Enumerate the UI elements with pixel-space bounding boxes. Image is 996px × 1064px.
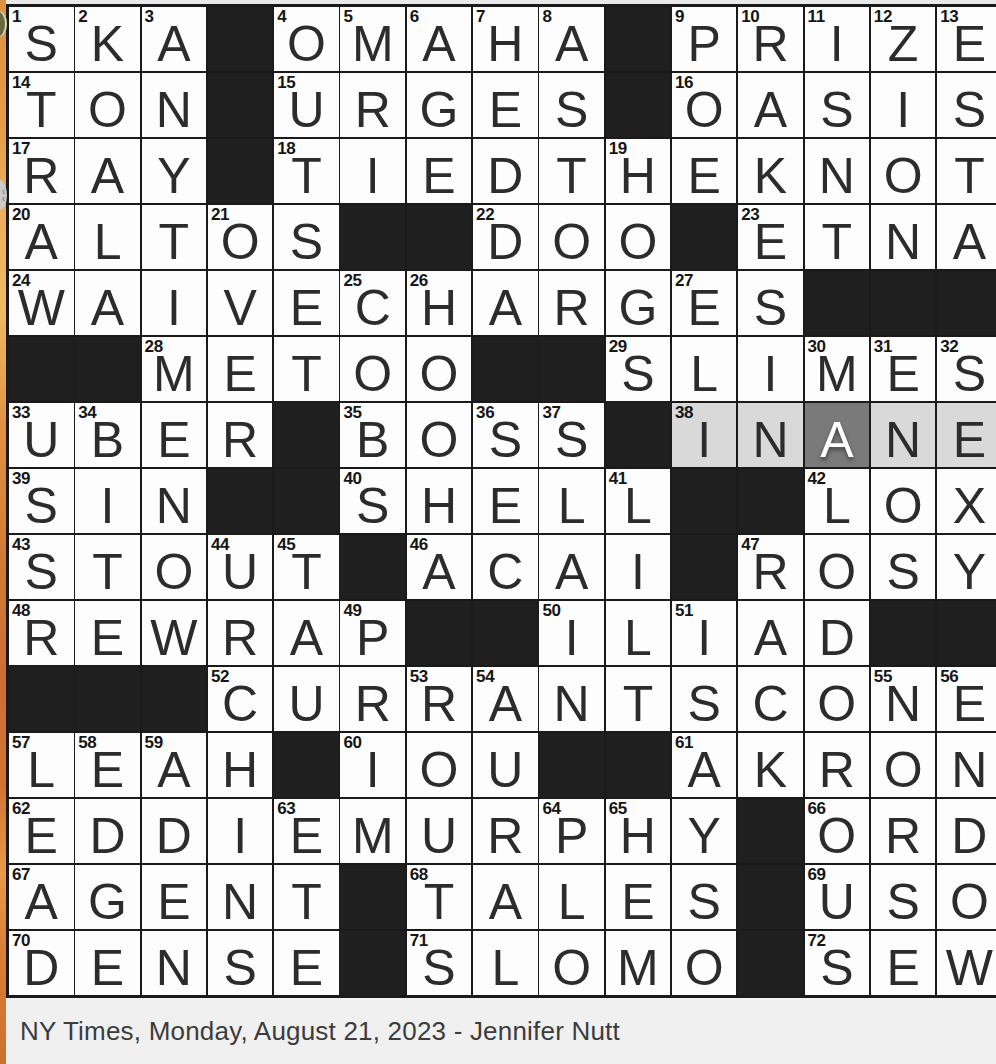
grid-cell-r15c5[interactable]: E bbox=[274, 931, 339, 995]
grid-cell-r13c14[interactable]: R bbox=[871, 799, 936, 863]
cell-letter: O bbox=[274, 7, 339, 71]
grid-cell-r15c15[interactable]: W bbox=[937, 931, 996, 995]
grid-cell-r10c12[interactable]: A bbox=[738, 601, 803, 665]
black-square bbox=[274, 403, 339, 467]
grid-cell-r9c7[interactable]: 46A bbox=[407, 535, 472, 599]
grid-cell-r2c11[interactable]: 16O bbox=[672, 73, 737, 137]
grid-cell-r4c5[interactable]: S bbox=[274, 205, 339, 269]
grid-cell-r6c13[interactable]: 30M bbox=[805, 337, 870, 401]
cell-letter: M bbox=[340, 799, 405, 863]
cell-letter: I bbox=[871, 73, 936, 137]
grid-cell-r12c1[interactable]: 57L bbox=[9, 733, 74, 797]
grid-cell-r4c14[interactable]: N bbox=[871, 205, 936, 269]
grid-cell-r14c11[interactable]: S bbox=[672, 865, 737, 929]
grid-cell-r14c5[interactable]: T bbox=[274, 865, 339, 929]
black-square bbox=[539, 337, 604, 401]
grid-cell-r14c7[interactable]: 68T bbox=[407, 865, 472, 929]
grid-cell-r8c8[interactable]: E bbox=[473, 469, 538, 533]
cell-letter: H bbox=[473, 7, 538, 71]
cell-letter: L bbox=[606, 469, 671, 533]
cell-letter: U bbox=[208, 535, 273, 599]
grid-cell-r13c15[interactable]: D bbox=[937, 799, 996, 863]
grid-cell-r15c4[interactable]: S bbox=[208, 931, 273, 995]
cell-letter: I bbox=[606, 535, 671, 599]
grid-cell-r13c9[interactable]: 64P bbox=[539, 799, 604, 863]
grid-cell-r3c15[interactable]: T bbox=[937, 139, 996, 203]
grid-cell-r3c13[interactable]: N bbox=[805, 139, 870, 203]
cell-letter: O bbox=[142, 535, 207, 599]
cell-letter: R bbox=[738, 535, 803, 599]
grid-cell-r2c12[interactable]: A bbox=[738, 73, 803, 137]
cell-letter: S bbox=[539, 73, 604, 137]
cell-letter: D bbox=[805, 601, 870, 665]
grid-cell-r1c14[interactable]: 12Z bbox=[871, 7, 936, 71]
cell-letter: U bbox=[9, 403, 74, 467]
cell-letter: O bbox=[871, 139, 936, 203]
grid-cell-r12c6[interactable]: 60I bbox=[340, 733, 405, 797]
cell-letter: N bbox=[871, 667, 936, 731]
grid-cell-r9c4[interactable]: 44U bbox=[208, 535, 273, 599]
grid-cell-r10c2[interactable]: E bbox=[75, 601, 140, 665]
grid-cell-r8c7[interactable]: H bbox=[407, 469, 472, 533]
grid-cell-r12c14[interactable]: O bbox=[871, 733, 936, 797]
cell-letter: E bbox=[9, 799, 74, 863]
cell-letter: D bbox=[9, 931, 74, 995]
grid-cell-r9c5[interactable]: 45T bbox=[274, 535, 339, 599]
grid-cell-r1c8[interactable]: 7H bbox=[473, 7, 538, 71]
grid-cell-r12c4[interactable]: H bbox=[208, 733, 273, 797]
grid-cell-r9c13[interactable]: O bbox=[805, 535, 870, 599]
cell-letter: C bbox=[738, 667, 803, 731]
cell-letter: S bbox=[340, 469, 405, 533]
cell-letter: S bbox=[871, 535, 936, 599]
grid-cell-r15c7[interactable]: 71S bbox=[407, 931, 472, 995]
grid-cell-r14c8[interactable]: A bbox=[473, 865, 538, 929]
grid-cell-r7c2[interactable]: 34B bbox=[75, 403, 140, 467]
grid-cell-r12c13[interactable]: R bbox=[805, 733, 870, 797]
cell-letter: H bbox=[407, 469, 472, 533]
grid-cell-r10c11[interactable]: 51I bbox=[672, 601, 737, 665]
cell-letter: A bbox=[407, 535, 472, 599]
grid-cell-r1c12[interactable]: 10R bbox=[738, 7, 803, 71]
grid-cell-r14c9[interactable]: L bbox=[539, 865, 604, 929]
cell-letter: E bbox=[473, 469, 538, 533]
grid-cell-r9c8[interactable]: C bbox=[473, 535, 538, 599]
grid-cell-r15c3[interactable]: N bbox=[142, 931, 207, 995]
grid-cell-r6c15[interactable]: 32S bbox=[937, 337, 996, 401]
grid-cell-r15c1[interactable]: 70D bbox=[9, 931, 74, 995]
grid-cell-r13c8[interactable]: R bbox=[473, 799, 538, 863]
black-square bbox=[340, 931, 405, 995]
grid-cell-r8c1[interactable]: 39S bbox=[9, 469, 74, 533]
grid-cell-r9c3[interactable]: O bbox=[142, 535, 207, 599]
cell-letter: G bbox=[407, 73, 472, 137]
cell-letter: U bbox=[274, 667, 339, 731]
grid-cell-r7c8[interactable]: 36S bbox=[473, 403, 538, 467]
grid-cell-r3c2[interactable]: A bbox=[75, 139, 140, 203]
grid-cell-r6c11[interactable]: L bbox=[672, 337, 737, 401]
grid-cell-r15c14[interactable]: E bbox=[871, 931, 936, 995]
black-square bbox=[738, 865, 803, 929]
grid-cell-r8c6[interactable]: 40S bbox=[340, 469, 405, 533]
grid-cell-r2c13[interactable]: S bbox=[805, 73, 870, 137]
black-square bbox=[407, 601, 472, 665]
cell-letter: T bbox=[805, 205, 870, 269]
cell-letter: A bbox=[142, 7, 207, 71]
cell-letter: I bbox=[208, 799, 273, 863]
grid-cell-r13c2[interactable]: D bbox=[75, 799, 140, 863]
grid-cell-r14c14[interactable]: S bbox=[871, 865, 936, 929]
grid-cell-r5c3[interactable]: I bbox=[142, 271, 207, 335]
grid-cell-r12c3[interactable]: 59A bbox=[142, 733, 207, 797]
grid-cell-r10c6[interactable]: 49P bbox=[340, 601, 405, 665]
grid-cell-r1c9[interactable]: 8A bbox=[539, 7, 604, 71]
grid-cell-r3c8[interactable]: D bbox=[473, 139, 538, 203]
grid-cell-r11c4[interactable]: 52C bbox=[208, 667, 273, 731]
grid-cell-r2c1[interactable]: 14T bbox=[9, 73, 74, 137]
grid-cell-r13c1[interactable]: 62E bbox=[9, 799, 74, 863]
cell-letter: N bbox=[142, 469, 207, 533]
black-square bbox=[274, 469, 339, 533]
grid-cell-r2c5[interactable]: 15U bbox=[274, 73, 339, 137]
grid-cell-r1c7[interactable]: 6A bbox=[407, 7, 472, 71]
grid-cell-r3c5[interactable]: 18T bbox=[274, 139, 339, 203]
grid-cell-r14c2[interactable]: G bbox=[75, 865, 140, 929]
cell-letter: A bbox=[473, 865, 538, 929]
grid-cell-r3c10[interactable]: 19H bbox=[606, 139, 671, 203]
cell-letter: R bbox=[208, 403, 273, 467]
grid-cell-r13c10[interactable]: 65H bbox=[606, 799, 671, 863]
grid-cell-r5c7[interactable]: 26H bbox=[407, 271, 472, 335]
grid-cell-r6c3[interactable]: 28M bbox=[142, 337, 207, 401]
cell-letter: T bbox=[407, 865, 472, 929]
grid-cell-r3c7[interactable]: E bbox=[407, 139, 472, 203]
grid-cell-r6c6[interactable]: O bbox=[340, 337, 405, 401]
cell-letter: R bbox=[871, 799, 936, 863]
cell-letter: T bbox=[142, 205, 207, 269]
grid-cell-r13c13[interactable]: 66O bbox=[805, 799, 870, 863]
grid-cell-r15c13[interactable]: 72S bbox=[805, 931, 870, 995]
cell-letter: P bbox=[539, 799, 604, 863]
cell-letter: K bbox=[738, 733, 803, 797]
grid-cell-r3c9[interactable]: T bbox=[539, 139, 604, 203]
cell-letter: H bbox=[208, 733, 273, 797]
cell-letter: V bbox=[208, 271, 273, 335]
cell-letter: S bbox=[937, 73, 996, 137]
cell-letter: U bbox=[407, 799, 472, 863]
black-square bbox=[738, 469, 803, 533]
grid-cell-r14c15[interactable]: O bbox=[937, 865, 996, 929]
grid-cell-r12c7[interactable]: O bbox=[407, 733, 472, 797]
grid-cell-r8c14[interactable]: O bbox=[871, 469, 936, 533]
grid-cell-r3c6[interactable]: I bbox=[340, 139, 405, 203]
grid-cell-r11c11[interactable]: S bbox=[672, 667, 737, 731]
grid-cell-r4c8[interactable]: 22D bbox=[473, 205, 538, 269]
black-square bbox=[142, 667, 207, 731]
cell-letter: E bbox=[142, 403, 207, 467]
cell-letter: A bbox=[274, 601, 339, 665]
black-square bbox=[340, 205, 405, 269]
grid-cell-r12c11[interactable]: 61A bbox=[672, 733, 737, 797]
grid-cell-r2c3[interactable]: N bbox=[142, 73, 207, 137]
black-square bbox=[473, 337, 538, 401]
grid-cell-r9c1[interactable]: 43S bbox=[9, 535, 74, 599]
cell-letter: O bbox=[606, 205, 671, 269]
grid-cell-r6c10[interactable]: 29S bbox=[606, 337, 671, 401]
grid-cell-r11c10[interactable]: T bbox=[606, 667, 671, 731]
grid-cell-r4c15[interactable]: A bbox=[937, 205, 996, 269]
black-square bbox=[606, 733, 671, 797]
grid-cell-r7c1[interactable]: 33U bbox=[9, 403, 74, 467]
grid-cell-r9c10[interactable]: I bbox=[606, 535, 671, 599]
grid-cell-r7c13[interactable]: A bbox=[805, 403, 870, 467]
cell-letter: A bbox=[9, 865, 74, 929]
cell-letter: S bbox=[672, 667, 737, 731]
grid-cell-r5c2[interactable]: A bbox=[75, 271, 140, 335]
grid-cell-r11c5[interactable]: U bbox=[274, 667, 339, 731]
grid-cell-r13c5[interactable]: 63E bbox=[274, 799, 339, 863]
grid-cell-r10c9[interactable]: 50I bbox=[539, 601, 604, 665]
grid-cell-r3c3[interactable]: Y bbox=[142, 139, 207, 203]
cell-letter: D bbox=[142, 799, 207, 863]
grid-cell-r7c3[interactable]: E bbox=[142, 403, 207, 467]
grid-cell-r4c12[interactable]: 23E bbox=[738, 205, 803, 269]
cell-letter: O bbox=[539, 931, 604, 995]
cell-letter: R bbox=[340, 73, 405, 137]
black-square bbox=[871, 271, 936, 335]
cell-letter: N bbox=[142, 73, 207, 137]
grid-cell-r13c11[interactable]: Y bbox=[672, 799, 737, 863]
black-square bbox=[606, 73, 671, 137]
grid-cell-r8c2[interactable]: I bbox=[75, 469, 140, 533]
grid-cell-r2c6[interactable]: R bbox=[340, 73, 405, 137]
grid-cell-r9c12[interactable]: 47R bbox=[738, 535, 803, 599]
grid-cell-r10c10[interactable]: L bbox=[606, 601, 671, 665]
cell-letter: L bbox=[672, 337, 737, 401]
grid-cell-r1c3[interactable]: 3A bbox=[142, 7, 207, 71]
cell-letter: S bbox=[9, 7, 74, 71]
cell-letter: L bbox=[75, 205, 140, 269]
cell-letter: U bbox=[473, 733, 538, 797]
grid-cell-r3c1[interactable]: 17R bbox=[9, 139, 74, 203]
cell-letter: S bbox=[871, 865, 936, 929]
grid-cell-r13c4[interactable]: I bbox=[208, 799, 273, 863]
grid-cell-r5c8[interactable]: A bbox=[473, 271, 538, 335]
grid-cell-r8c9[interactable]: L bbox=[539, 469, 604, 533]
grid-cell-r9c14[interactable]: S bbox=[871, 535, 936, 599]
cell-letter: P bbox=[672, 7, 737, 71]
cell-letter: E bbox=[937, 403, 996, 467]
grid-cell-r11c12[interactable]: C bbox=[738, 667, 803, 731]
cell-letter: T bbox=[274, 139, 339, 203]
grid-cell-r9c2[interactable]: T bbox=[75, 535, 140, 599]
grid-cell-r3c11[interactable]: E bbox=[672, 139, 737, 203]
sidebar-collapse-handle[interactable]: ‹ ‹ bbox=[0, 180, 7, 210]
grid-cell-r10c13[interactable]: D bbox=[805, 601, 870, 665]
cell-letter: L bbox=[539, 865, 604, 929]
grid-cell-r3c14[interactable]: O bbox=[871, 139, 936, 203]
grid-cell-r2c2[interactable]: O bbox=[75, 73, 140, 137]
cell-letter: R bbox=[9, 139, 74, 203]
cell-letter: I bbox=[340, 139, 405, 203]
cell-letter: C bbox=[208, 667, 273, 731]
black-square bbox=[208, 469, 273, 533]
grid-cell-r11c7[interactable]: 53R bbox=[407, 667, 472, 731]
grid-cell-r2c14[interactable]: I bbox=[871, 73, 936, 137]
grid-cell-r12c12[interactable]: K bbox=[738, 733, 803, 797]
cell-letter: A bbox=[738, 73, 803, 137]
grid-cell-r5c9[interactable]: R bbox=[539, 271, 604, 335]
grid-cell-r10c3[interactable]: W bbox=[142, 601, 207, 665]
grid-cell-r12c8[interactable]: U bbox=[473, 733, 538, 797]
grid-cell-r4c3[interactable]: T bbox=[142, 205, 207, 269]
grid-cell-r14c10[interactable]: E bbox=[606, 865, 671, 929]
cell-letter: I bbox=[75, 469, 140, 533]
grid-cell-r4c10[interactable]: O bbox=[606, 205, 671, 269]
grid-cell-r1c2[interactable]: 2K bbox=[75, 7, 140, 71]
cell-letter: N bbox=[142, 931, 207, 995]
cell-letter: O bbox=[407, 733, 472, 797]
grid-cell-r5c10[interactable]: G bbox=[606, 271, 671, 335]
cell-letter: Y bbox=[142, 139, 207, 203]
cell-letter: E bbox=[937, 667, 996, 731]
grid-cell-r11c15[interactable]: 56E bbox=[937, 667, 996, 731]
grid-cell-r14c4[interactable]: N bbox=[208, 865, 273, 929]
grid-cell-r4c4[interactable]: 21O bbox=[208, 205, 273, 269]
grid-cell-r14c13[interactable]: 69U bbox=[805, 865, 870, 929]
grid-cell-r7c15[interactable]: E bbox=[937, 403, 996, 467]
cell-letter: O bbox=[407, 337, 472, 401]
cell-letter: E bbox=[75, 601, 140, 665]
grid-cell-r6c7[interactable]: O bbox=[407, 337, 472, 401]
grid-cell-r7c4[interactable]: R bbox=[208, 403, 273, 467]
cell-letter: D bbox=[473, 139, 538, 203]
grid-cell-r12c15[interactable]: N bbox=[937, 733, 996, 797]
grid-cell-r8c3[interactable]: N bbox=[142, 469, 207, 533]
cell-letter: O bbox=[937, 865, 996, 929]
grid-cell-r15c11[interactable]: O bbox=[672, 931, 737, 995]
cell-letter: W bbox=[937, 931, 996, 995]
grid-cell-r1c6[interactable]: 5M bbox=[340, 7, 405, 71]
cell-letter: H bbox=[407, 271, 472, 335]
grid-cell-r1c5[interactable]: 4O bbox=[274, 7, 339, 71]
grid-cell-r15c9[interactable]: O bbox=[539, 931, 604, 995]
grid-cell-r2c8[interactable]: E bbox=[473, 73, 538, 137]
grid-cell-r2c9[interactable]: S bbox=[539, 73, 604, 137]
black-square bbox=[871, 601, 936, 665]
grid-cell-r5c6[interactable]: 25C bbox=[340, 271, 405, 335]
grid-cell-r10c1[interactable]: 48R bbox=[9, 601, 74, 665]
grid-cell-r2c7[interactable]: G bbox=[407, 73, 472, 137]
black-square bbox=[606, 7, 671, 71]
grid-cell-r7c9[interactable]: 37S bbox=[539, 403, 604, 467]
cell-letter: S bbox=[473, 403, 538, 467]
cell-letter: E bbox=[142, 865, 207, 929]
grid-cell-r1c13[interactable]: 11I bbox=[805, 7, 870, 71]
grid-cell-r11c14[interactable]: 55N bbox=[871, 667, 936, 731]
grid-cell-r4c2[interactable]: L bbox=[75, 205, 140, 269]
grid-cell-r11c6[interactable]: R bbox=[340, 667, 405, 731]
grid-cell-r5c12[interactable]: S bbox=[738, 271, 803, 335]
cell-letter: K bbox=[75, 7, 140, 71]
cell-letter: K bbox=[738, 139, 803, 203]
grid-cell-r10c4[interactable]: R bbox=[208, 601, 273, 665]
grid-cell-r13c3[interactable]: D bbox=[142, 799, 207, 863]
grid-cell-r15c8[interactable]: L bbox=[473, 931, 538, 995]
cell-letter: T bbox=[274, 535, 339, 599]
cell-letter: A bbox=[805, 403, 870, 467]
cell-letter: R bbox=[738, 7, 803, 71]
grid-cell-r7c12[interactable]: N bbox=[738, 403, 803, 467]
grid-cell-r8c10[interactable]: 41L bbox=[606, 469, 671, 533]
grid-cell-r11c9[interactable]: N bbox=[539, 667, 604, 731]
black-square bbox=[937, 271, 996, 335]
grid-cell-r8c13[interactable]: 42L bbox=[805, 469, 870, 533]
black-square bbox=[672, 469, 737, 533]
cell-letter: A bbox=[539, 7, 604, 71]
cell-letter: T bbox=[9, 73, 74, 137]
grid-cell-r5c1[interactable]: 24W bbox=[9, 271, 74, 335]
grid-cell-r7c7[interactable]: O bbox=[407, 403, 472, 467]
grid-cell-r1c15[interactable]: 13E bbox=[937, 7, 996, 71]
grid-cell-r1c1[interactable]: 1S bbox=[9, 7, 74, 71]
grid-cell-r13c7[interactable]: U bbox=[407, 799, 472, 863]
grid-cell-r15c10[interactable]: M bbox=[606, 931, 671, 995]
black-square bbox=[340, 865, 405, 929]
grid-cell-r9c15[interactable]: Y bbox=[937, 535, 996, 599]
grid-cell-r11c8[interactable]: 54A bbox=[473, 667, 538, 731]
cell-letter: E bbox=[208, 337, 273, 401]
grid-cell-r6c5[interactable]: T bbox=[274, 337, 339, 401]
grid-cell-r7c14[interactable]: N bbox=[871, 403, 936, 467]
cell-letter: I bbox=[672, 601, 737, 665]
grid-cell-r14c1[interactable]: 67A bbox=[9, 865, 74, 929]
grid-cell-r13c6[interactable]: M bbox=[340, 799, 405, 863]
cell-letter: T bbox=[274, 337, 339, 401]
grid-cell-r4c9[interactable]: O bbox=[539, 205, 604, 269]
grid-cell-r6c4[interactable]: E bbox=[208, 337, 273, 401]
cell-letter: E bbox=[274, 799, 339, 863]
cell-letter: E bbox=[738, 205, 803, 269]
grid-cell-r6c14[interactable]: 31E bbox=[871, 337, 936, 401]
grid-cell-r15c2[interactable]: E bbox=[75, 931, 140, 995]
grid-cell-r6c12[interactable]: I bbox=[738, 337, 803, 401]
grid-cell-r8c15[interactable]: X bbox=[937, 469, 996, 533]
grid-cell-r1c11[interactable]: 9P bbox=[672, 7, 737, 71]
cell-letter: R bbox=[539, 271, 604, 335]
cell-letter: N bbox=[871, 403, 936, 467]
cell-letter: O bbox=[871, 469, 936, 533]
grid-cell-r12c2[interactable]: 58E bbox=[75, 733, 140, 797]
grid-cell-r11c13[interactable]: O bbox=[805, 667, 870, 731]
cell-letter: U bbox=[805, 865, 870, 929]
cell-letter: O bbox=[539, 205, 604, 269]
grid-cell-r7c11[interactable]: 38I bbox=[672, 403, 737, 467]
cell-letter: T bbox=[274, 865, 339, 929]
grid-cell-r7c6[interactable]: 35B bbox=[340, 403, 405, 467]
grid-cell-r5c4[interactable]: V bbox=[208, 271, 273, 335]
grid-cell-r9c9[interactable]: A bbox=[539, 535, 604, 599]
grid-cell-r5c11[interactable]: 27E bbox=[672, 271, 737, 335]
grid-cell-r4c13[interactable]: T bbox=[805, 205, 870, 269]
grid-cell-r4c1[interactable]: 20A bbox=[9, 205, 74, 269]
grid-cell-r2c15[interactable]: S bbox=[937, 73, 996, 137]
cell-letter: C bbox=[473, 535, 538, 599]
grid-cell-r3c12[interactable]: K bbox=[738, 139, 803, 203]
grid-cell-r14c3[interactable]: E bbox=[142, 865, 207, 929]
grid-cell-r10c5[interactable]: A bbox=[274, 601, 339, 665]
grid-cell-r5c5[interactable]: E bbox=[274, 271, 339, 335]
